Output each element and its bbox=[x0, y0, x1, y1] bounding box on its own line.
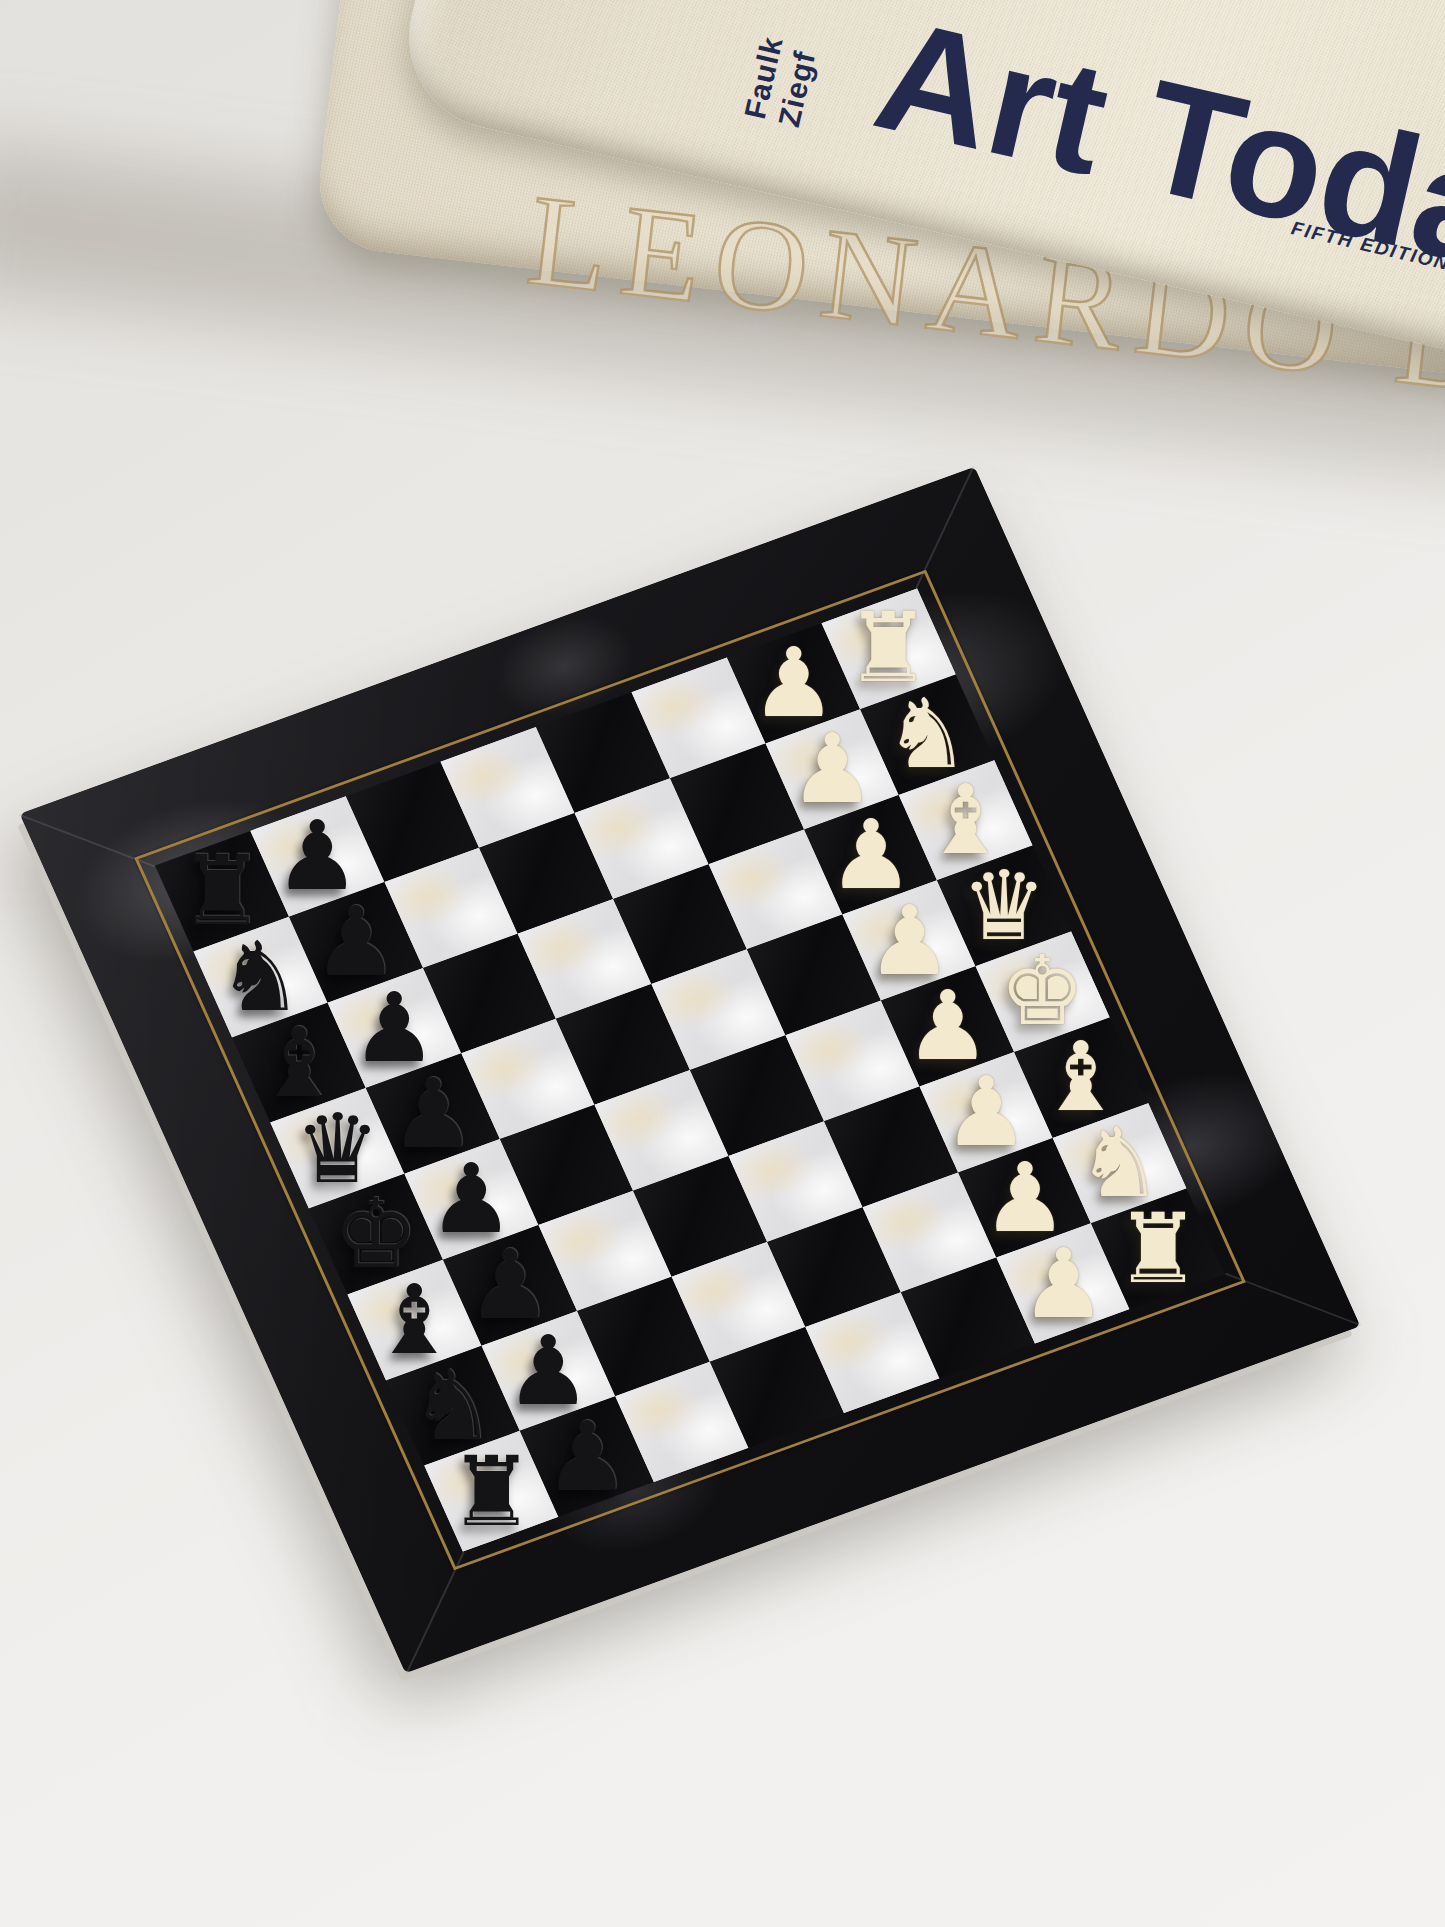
black-pawn[interactable]: ♟ bbox=[535, 1401, 638, 1513]
square-r7c7[interactable]: ♜ bbox=[1091, 1189, 1225, 1309]
white-rook[interactable]: ♜ bbox=[1107, 1193, 1210, 1305]
book-art-today-authors: Faulk Ziegf bbox=[738, 33, 824, 130]
photo-scene: LEONARDO DA Faulk Ziegf Art Today FIFTH … bbox=[0, 0, 1445, 1927]
white-pawn[interactable]: ♟ bbox=[1012, 1227, 1115, 1339]
chess-board-squares: ♜♟♟♜♞♟♟♞♝♟♟♝♛♟♟♛♚♟♟♚♝♟♟♝♞♟♟♞♜♟♟♜ bbox=[155, 588, 1225, 1551]
black-rook[interactable]: ♜ bbox=[440, 1435, 543, 1547]
